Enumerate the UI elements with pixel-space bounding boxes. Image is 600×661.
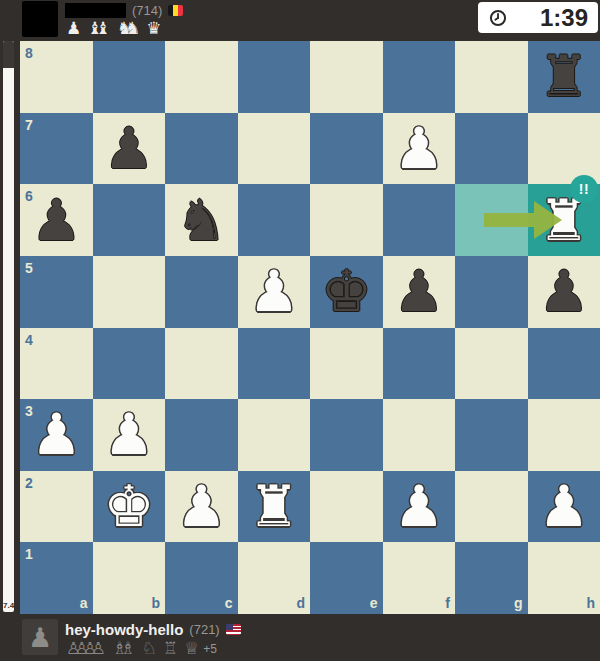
- square-d8[interactable]: [238, 41, 311, 113]
- square-b2[interactable]: ♚: [93, 471, 166, 543]
- captured-rook-icons: ♖: [163, 640, 184, 657]
- square-e7[interactable]: [310, 113, 383, 185]
- evaluation-bar: 7.4: [3, 41, 14, 612]
- square-e4[interactable]: [310, 328, 383, 400]
- bottom-player-avatar[interactable]: ♟: [22, 619, 58, 655]
- file-label-h: h: [586, 596, 595, 610]
- square-d1[interactable]: d: [238, 542, 311, 614]
- evaluation-bar-black-segment: [3, 41, 14, 68]
- square-b7[interactable]: ♟: [93, 113, 166, 185]
- square-e3[interactable]: [310, 399, 383, 471]
- square-a3[interactable]: 3♟: [20, 399, 93, 471]
- square-c8[interactable]: [165, 41, 238, 113]
- top-clock-time: 1:39: [508, 6, 598, 30]
- rank-label-4: 4: [25, 333, 33, 347]
- top-player-captured-pieces: ♟♝♝♞♞♛: [66, 19, 167, 37]
- square-a6[interactable]: 6♟: [20, 184, 93, 256]
- square-g4[interactable]: [455, 328, 528, 400]
- square-e2[interactable]: [310, 471, 383, 543]
- square-a2[interactable]: 2: [20, 471, 93, 543]
- square-b5[interactable]: [93, 256, 166, 328]
- square-h3[interactable]: [528, 399, 600, 471]
- file-label-f: f: [445, 596, 450, 610]
- piece-black-pawn[interactable]: ♟: [93, 113, 166, 185]
- file-label-g: g: [514, 596, 523, 610]
- piece-black-king[interactable]: ♚: [310, 256, 383, 328]
- square-g5[interactable]: [455, 256, 528, 328]
- square-f6[interactable]: [383, 184, 456, 256]
- square-d2[interactable]: ♜: [238, 471, 311, 543]
- bottom-player-captured-pieces: ♙♙♙♙♗♗♘♖♕+5: [66, 639, 217, 657]
- piece-white-pawn[interactable]: ♟: [20, 399, 93, 471]
- square-a7[interactable]: 7: [20, 113, 93, 185]
- square-c3[interactable]: [165, 399, 238, 471]
- top-player-avatar[interactable]: [22, 1, 58, 37]
- captured-pawn-icons: ♟: [66, 20, 87, 37]
- rank-label-2: 2: [25, 476, 33, 490]
- file-label-c: c: [225, 596, 233, 610]
- square-f3[interactable]: [383, 399, 456, 471]
- bottom-player-rating: (721): [189, 623, 219, 636]
- square-e6[interactable]: [310, 184, 383, 256]
- square-g2[interactable]: [455, 471, 528, 543]
- usa-flag-icon: [226, 624, 241, 635]
- square-h4[interactable]: [528, 328, 600, 400]
- square-g7[interactable]: [455, 113, 528, 185]
- top-player-rating: (714): [132, 4, 162, 17]
- piece-white-pawn[interactable]: ♟: [93, 399, 166, 471]
- square-h1[interactable]: h: [528, 542, 600, 614]
- square-a8[interactable]: 8: [20, 41, 93, 113]
- square-a4[interactable]: 4: [20, 328, 93, 400]
- square-e8[interactable]: [310, 41, 383, 113]
- top-player-clock: 1:39: [478, 2, 598, 33]
- square-b1[interactable]: b: [93, 542, 166, 614]
- square-e5[interactable]: ♚: [310, 256, 383, 328]
- piece-white-pawn[interactable]: ♟: [238, 256, 311, 328]
- square-g6[interactable]: [455, 184, 528, 256]
- bottom-player-name[interactable]: hey-howdy-hello: [65, 622, 183, 637]
- square-c1[interactable]: c: [165, 542, 238, 614]
- pawn-avatar-icon: ♟: [28, 624, 52, 651]
- square-d4[interactable]: [238, 328, 311, 400]
- captured-bishop-icons: ♗♗: [112, 640, 141, 657]
- square-c4[interactable]: [165, 328, 238, 400]
- evaluation-score: 7.4: [3, 601, 14, 610]
- material-advantage: +5: [203, 642, 217, 656]
- square-e1[interactable]: e: [310, 542, 383, 614]
- piece-black-pawn[interactable]: ♟: [528, 256, 600, 328]
- file-label-d: d: [296, 596, 305, 610]
- piece-black-rook[interactable]: ♜: [528, 41, 600, 113]
- square-c5[interactable]: [165, 256, 238, 328]
- square-f5[interactable]: ♟: [383, 256, 456, 328]
- square-h5[interactable]: ♟: [528, 256, 600, 328]
- square-c2[interactable]: ♟: [165, 471, 238, 543]
- bottom-player-bar: ♟ hey-howdy-hello (721) ♙♙♙♙♗♗♘♖♕+5 5:20: [0, 614, 600, 661]
- square-a5[interactable]: 5: [20, 256, 93, 328]
- square-g1[interactable]: g: [455, 542, 528, 614]
- square-g3[interactable]: [455, 399, 528, 471]
- file-label-a: a: [80, 596, 88, 610]
- square-h8[interactable]: ♜: [528, 41, 600, 113]
- piece-white-pawn[interactable]: ♟: [383, 113, 456, 185]
- square-h2[interactable]: ♟: [528, 471, 600, 543]
- square-d3[interactable]: [238, 399, 311, 471]
- game-screen: (714) ♟♝♝♞♞♛ 1:39 7.4 !! 8♜7♟♟6♟♞♜5♟♚♟♟4…: [0, 0, 600, 661]
- square-g8[interactable]: [455, 41, 528, 113]
- square-b4[interactable]: [93, 328, 166, 400]
- piece-white-pawn[interactable]: ♟: [165, 471, 238, 543]
- piece-black-pawn[interactable]: ♟: [383, 256, 456, 328]
- captured-queen-icons: ♛: [146, 20, 167, 37]
- square-f7[interactable]: ♟: [383, 113, 456, 185]
- file-label-b: b: [151, 596, 160, 610]
- square-a1[interactable]: 1a: [20, 542, 93, 614]
- rank-label-1: 1: [25, 547, 33, 561]
- square-b6[interactable]: [93, 184, 166, 256]
- rank-label-8: 8: [25, 46, 33, 60]
- rank-label-7: 7: [25, 118, 33, 132]
- square-c6[interactable]: ♞: [165, 184, 238, 256]
- captured-pawn-icons: ♙♙♙♙: [66, 640, 112, 657]
- piece-black-pawn[interactable]: ♟: [20, 184, 93, 256]
- square-b3[interactable]: ♟: [93, 399, 166, 471]
- captured-knight-icons: ♘: [141, 640, 162, 657]
- square-f4[interactable]: [383, 328, 456, 400]
- square-d6[interactable]: [238, 184, 311, 256]
- square-c7[interactable]: [165, 113, 238, 185]
- square-d5[interactable]: ♟: [238, 256, 311, 328]
- square-f2[interactable]: ♟: [383, 471, 456, 543]
- top-player-name-redacted[interactable]: [65, 3, 126, 18]
- captured-knight-icons: ♞♞: [117, 20, 146, 37]
- piece-black-knight[interactable]: ♞: [165, 184, 238, 256]
- captured-bishop-icons: ♝♝: [87, 20, 116, 37]
- brilliant-move-badge: !!: [570, 175, 598, 203]
- board: !! 8♜7♟♟6♟♞♜5♟♚♟♟43♟♟2♚♟♜♟♟1abcdefgh: [20, 41, 600, 614]
- belgium-flag-icon: [168, 5, 183, 16]
- file-label-e: e: [370, 596, 378, 610]
- square-f1[interactable]: f: [383, 542, 456, 614]
- piece-white-king[interactable]: ♚: [93, 471, 166, 543]
- square-d7[interactable]: [238, 113, 311, 185]
- rank-label-5: 5: [25, 261, 33, 275]
- piece-white-rook[interactable]: ♜: [238, 471, 311, 543]
- square-f8[interactable]: [383, 41, 456, 113]
- top-player-bar: (714) ♟♝♝♞♞♛ 1:39: [0, 0, 600, 41]
- captured-queen-icons: ♕: [184, 640, 205, 657]
- clock-icon: [488, 8, 508, 28]
- square-h7[interactable]: [528, 113, 600, 185]
- square-b8[interactable]: [93, 41, 166, 113]
- piece-white-pawn[interactable]: ♟: [528, 471, 600, 543]
- piece-white-pawn[interactable]: ♟: [383, 471, 456, 543]
